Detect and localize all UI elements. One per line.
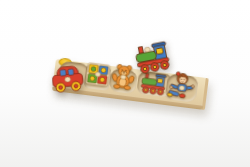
puzzle-piece-car[interactable]	[49, 60, 87, 96]
wooden-knob	[179, 85, 185, 90]
puzzle-piece-blocks[interactable]	[85, 61, 111, 88]
puzzle-piece-teddy[interactable]	[110, 61, 138, 91]
wooden-knob	[95, 72, 101, 77]
blocks-piece-art	[85, 61, 111, 88]
wooden-knob	[65, 77, 71, 82]
car-piece-art	[49, 60, 87, 96]
puzzle-piece-doll[interactable]	[166, 70, 198, 101]
teddy-piece-art	[110, 61, 138, 91]
product-photo	[0, 0, 250, 167]
wooden-knob	[120, 75, 126, 80]
doll-piece-art	[166, 70, 198, 101]
